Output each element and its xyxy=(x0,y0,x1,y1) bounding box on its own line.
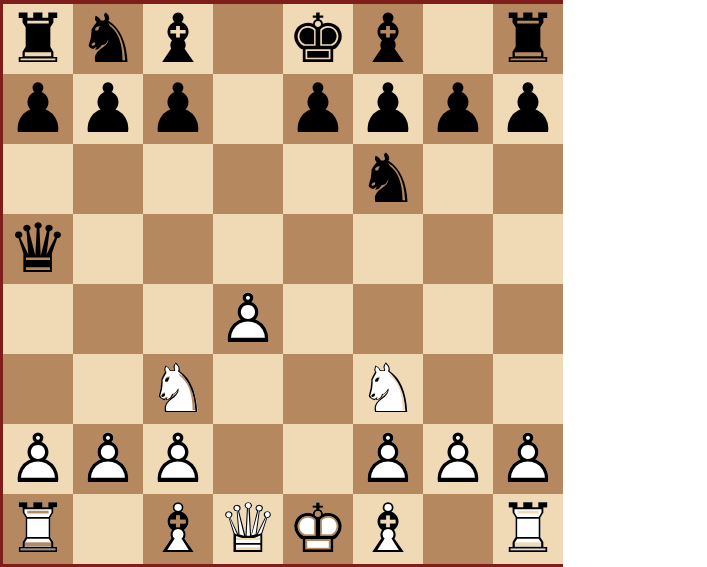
square-e3[interactable] xyxy=(283,354,353,424)
piece-glyph-outline: ♖ xyxy=(493,494,563,564)
piece-glyph-fill: ♞ xyxy=(143,354,213,424)
piece-black-knight: ♞ xyxy=(353,144,423,214)
piece-black-pawn: ♟ xyxy=(283,74,353,144)
square-h2[interactable]: ♟♙ xyxy=(493,424,563,494)
piece-glyph-outline: ♙ xyxy=(493,424,563,494)
square-g4[interactable] xyxy=(423,284,493,354)
square-f7[interactable]: ♟ xyxy=(353,74,423,144)
piece-glyph-fill: ♟ xyxy=(423,74,493,144)
piece-white-bishop: ♝♗ xyxy=(353,494,423,564)
square-g5[interactable] xyxy=(423,214,493,284)
piece-glyph-fill: ♟ xyxy=(283,74,353,144)
piece-glyph-outline: ♙ xyxy=(3,424,73,494)
piece-glyph-fill: ♟ xyxy=(143,74,213,144)
square-d6[interactable] xyxy=(213,144,283,214)
piece-glyph-fill: ♚ xyxy=(283,494,353,564)
square-e5[interactable] xyxy=(283,214,353,284)
square-c4[interactable] xyxy=(143,284,213,354)
square-a3[interactable] xyxy=(3,354,73,424)
square-e2[interactable] xyxy=(283,424,353,494)
piece-white-knight: ♞♘ xyxy=(353,354,423,424)
piece-glyph-outline: ♙ xyxy=(73,424,143,494)
piece-glyph-fill: ♟ xyxy=(3,74,73,144)
piece-glyph-outline: ♗ xyxy=(143,494,213,564)
piece-glyph-fill: ♛ xyxy=(3,214,73,284)
square-d8[interactable] xyxy=(213,4,283,74)
piece-white-queen: ♛♕ xyxy=(213,494,283,564)
square-g3[interactable] xyxy=(423,354,493,424)
square-f6[interactable]: ♞ xyxy=(353,144,423,214)
piece-glyph-fill: ♝ xyxy=(353,4,423,74)
piece-black-rook: ♜ xyxy=(3,4,73,74)
square-b8[interactable]: ♞ xyxy=(73,4,143,74)
square-c7[interactable]: ♟ xyxy=(143,74,213,144)
piece-glyph-fill: ♞ xyxy=(73,4,143,74)
square-h5[interactable] xyxy=(493,214,563,284)
piece-glyph-fill: ♟ xyxy=(143,424,213,494)
piece-white-pawn: ♟♙ xyxy=(423,424,493,494)
square-a8[interactable]: ♜ xyxy=(3,4,73,74)
square-d1[interactable]: ♛♕ xyxy=(213,494,283,564)
piece-glyph-fill: ♝ xyxy=(353,494,423,564)
square-a1[interactable]: ♜♖ xyxy=(3,494,73,564)
piece-black-rook: ♜ xyxy=(493,4,563,74)
square-f4[interactable] xyxy=(353,284,423,354)
piece-glyph-outline: ♙ xyxy=(143,424,213,494)
piece-glyph-fill: ♜ xyxy=(493,494,563,564)
square-d2[interactable] xyxy=(213,424,283,494)
piece-glyph-fill: ♟ xyxy=(73,424,143,494)
square-d3[interactable] xyxy=(213,354,283,424)
piece-glyph-fill: ♟ xyxy=(213,284,283,354)
piece-glyph-fill: ♟ xyxy=(493,74,563,144)
piece-white-king: ♚♔ xyxy=(283,494,353,564)
piece-glyph-fill: ♟ xyxy=(493,424,563,494)
square-d7[interactable] xyxy=(213,74,283,144)
square-e4[interactable] xyxy=(283,284,353,354)
piece-glyph-outline: ♘ xyxy=(143,354,213,424)
piece-black-pawn: ♟ xyxy=(353,74,423,144)
square-a6[interactable] xyxy=(3,144,73,214)
square-c1[interactable]: ♝♗ xyxy=(143,494,213,564)
piece-black-queen: ♛ xyxy=(3,214,73,284)
square-a2[interactable]: ♟♙ xyxy=(3,424,73,494)
piece-black-bishop: ♝ xyxy=(143,4,213,74)
square-c2[interactable]: ♟♙ xyxy=(143,424,213,494)
square-c5[interactable] xyxy=(143,214,213,284)
square-h1[interactable]: ♜♖ xyxy=(493,494,563,564)
piece-glyph-fill: ♛ xyxy=(213,494,283,564)
square-g2[interactable]: ♟♙ xyxy=(423,424,493,494)
square-c8[interactable]: ♝ xyxy=(143,4,213,74)
square-d5[interactable] xyxy=(213,214,283,284)
piece-glyph-fill: ♟ xyxy=(423,424,493,494)
piece-glyph-outline: ♕ xyxy=(213,494,283,564)
square-e8[interactable]: ♚ xyxy=(283,4,353,74)
square-b3[interactable] xyxy=(73,354,143,424)
piece-white-pawn: ♟♙ xyxy=(73,424,143,494)
piece-black-pawn: ♟ xyxy=(143,74,213,144)
square-f8[interactable]: ♝ xyxy=(353,4,423,74)
square-b1[interactable] xyxy=(73,494,143,564)
piece-white-knight: ♞♘ xyxy=(143,354,213,424)
square-b6[interactable] xyxy=(73,144,143,214)
piece-glyph-fill: ♟ xyxy=(73,74,143,144)
square-g8[interactable] xyxy=(423,4,493,74)
piece-glyph-outline: ♘ xyxy=(353,354,423,424)
piece-glyph-fill: ♟ xyxy=(3,424,73,494)
piece-glyph-fill: ♟ xyxy=(353,424,423,494)
piece-glyph-outline: ♙ xyxy=(423,424,493,494)
piece-white-pawn: ♟♙ xyxy=(3,424,73,494)
chess-board-frame: ♜♞♝♚♝♜♟♟♟♟♟♟♟♞♛♟♙♞♘♞♘♟♙♟♙♟♙♟♙♟♙♟♙♜♖♝♗♛♕♚… xyxy=(0,0,563,567)
piece-glyph-fill: ♜ xyxy=(3,494,73,564)
piece-glyph-fill: ♝ xyxy=(143,4,213,74)
square-f3[interactable]: ♞♘ xyxy=(353,354,423,424)
square-b5[interactable] xyxy=(73,214,143,284)
piece-glyph-fill: ♜ xyxy=(493,4,563,74)
piece-white-pawn: ♟♙ xyxy=(353,424,423,494)
square-b2[interactable]: ♟♙ xyxy=(73,424,143,494)
piece-glyph-fill: ♞ xyxy=(353,144,423,214)
square-h4[interactable] xyxy=(493,284,563,354)
piece-black-pawn: ♟ xyxy=(423,74,493,144)
square-h8[interactable]: ♜ xyxy=(493,4,563,74)
square-h6[interactable] xyxy=(493,144,563,214)
square-g6[interactable] xyxy=(423,144,493,214)
square-g1[interactable] xyxy=(423,494,493,564)
square-f5[interactable] xyxy=(353,214,423,284)
piece-glyph-fill: ♞ xyxy=(353,354,423,424)
square-g7[interactable]: ♟ xyxy=(423,74,493,144)
piece-black-pawn: ♟ xyxy=(3,74,73,144)
square-f1[interactable]: ♝♗ xyxy=(353,494,423,564)
square-a4[interactable] xyxy=(3,284,73,354)
piece-glyph-fill: ♝ xyxy=(143,494,213,564)
piece-black-bishop: ♝ xyxy=(353,4,423,74)
piece-black-pawn: ♟ xyxy=(73,74,143,144)
square-e6[interactable] xyxy=(283,144,353,214)
piece-glyph-outline: ♙ xyxy=(213,284,283,354)
square-b7[interactable]: ♟ xyxy=(73,74,143,144)
square-h3[interactable] xyxy=(493,354,563,424)
piece-glyph-outline: ♔ xyxy=(283,494,353,564)
piece-black-knight: ♞ xyxy=(73,4,143,74)
square-a5[interactable]: ♛ xyxy=(3,214,73,284)
piece-black-king: ♚ xyxy=(283,4,353,74)
square-h7[interactable]: ♟ xyxy=(493,74,563,144)
piece-black-pawn: ♟ xyxy=(493,74,563,144)
chess-board: ♜♞♝♚♝♜♟♟♟♟♟♟♟♞♛♟♙♞♘♞♘♟♙♟♙♟♙♟♙♟♙♟♙♜♖♝♗♛♕♚… xyxy=(3,4,563,564)
square-a7[interactable]: ♟ xyxy=(3,74,73,144)
square-c3[interactable]: ♞♘ xyxy=(143,354,213,424)
square-e1[interactable]: ♚♔ xyxy=(283,494,353,564)
piece-white-pawn: ♟♙ xyxy=(143,424,213,494)
piece-white-pawn: ♟♙ xyxy=(493,424,563,494)
square-e7[interactable]: ♟ xyxy=(283,74,353,144)
square-f2[interactable]: ♟♙ xyxy=(353,424,423,494)
piece-glyph-fill: ♜ xyxy=(3,4,73,74)
piece-white-rook: ♜♖ xyxy=(493,494,563,564)
piece-glyph-outline: ♙ xyxy=(353,424,423,494)
piece-glyph-outline: ♖ xyxy=(3,494,73,564)
square-d4[interactable]: ♟♙ xyxy=(213,284,283,354)
piece-glyph-outline: ♗ xyxy=(353,494,423,564)
piece-white-rook: ♜♖ xyxy=(3,494,73,564)
page: ♜♞♝♚♝♜♟♟♟♟♟♟♟♞♛♟♙♞♘♞♘♟♙♟♙♟♙♟♙♟♙♟♙♜♖♝♗♛♕♚… xyxy=(0,0,707,567)
square-c6[interactable] xyxy=(143,144,213,214)
piece-glyph-fill: ♟ xyxy=(353,74,423,144)
piece-white-pawn: ♟♙ xyxy=(213,284,283,354)
piece-white-bishop: ♝♗ xyxy=(143,494,213,564)
piece-glyph-fill: ♚ xyxy=(283,4,353,74)
square-b4[interactable] xyxy=(73,284,143,354)
